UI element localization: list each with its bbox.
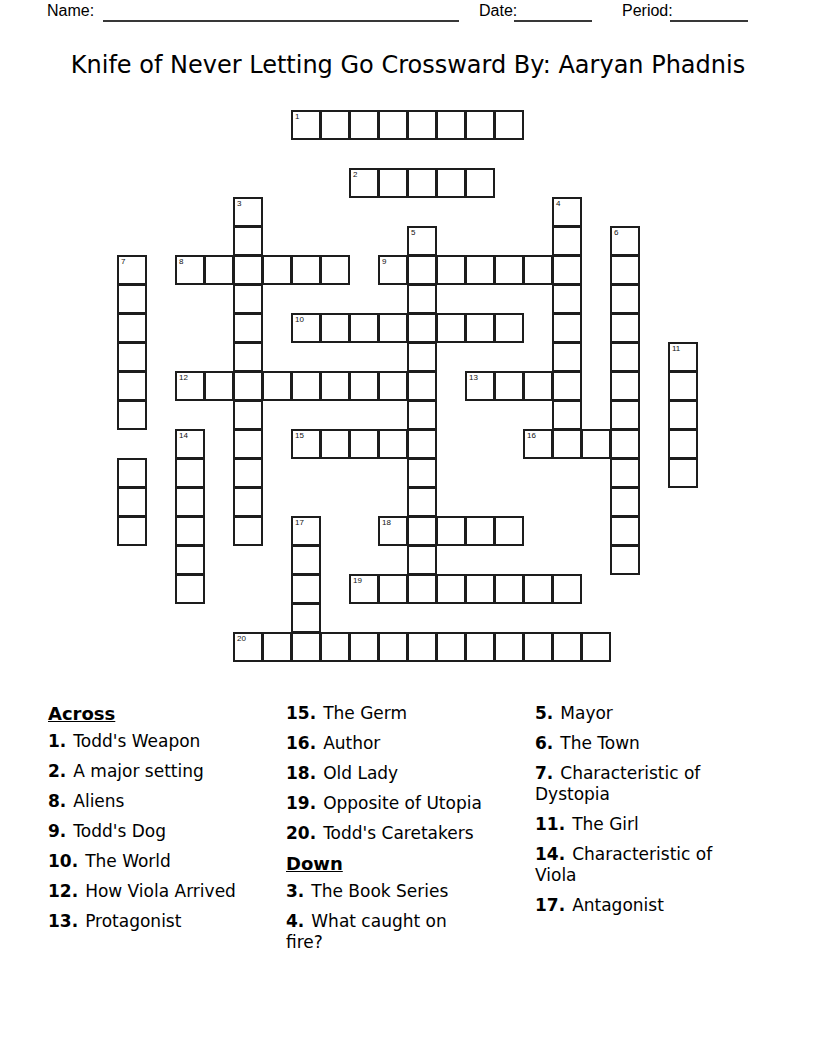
grid-cell-r2c10[interactable] (407, 168, 437, 198)
grid-cell-r11c16[interactable] (581, 429, 611, 459)
grid-cell-r0c8[interactable] (349, 110, 379, 140)
cell-number: 19 (353, 576, 362, 585)
grid-cell-r11c8[interactable] (349, 429, 379, 459)
grid-cell-r14c9[interactable]: 18 (378, 516, 408, 546)
cell-number: 14 (179, 431, 188, 440)
cell-number: 8 (179, 257, 183, 266)
grid-cell-r0c7[interactable] (320, 110, 350, 140)
grid-cell-r18c5[interactable] (262, 632, 292, 662)
date-label: Date: (479, 2, 517, 20)
grid-cell-r9c13[interactable] (494, 371, 524, 401)
grid-cell-r5c2[interactable]: 8 (175, 255, 205, 285)
grid-cell-r13c4[interactable] (233, 487, 263, 517)
grid-cell-r9c2[interactable]: 12 (175, 371, 205, 401)
grid-cell-r14c4[interactable] (233, 516, 263, 546)
cell-number: 20 (237, 634, 246, 643)
grid-cell-r8c15[interactable] (552, 342, 582, 372)
clue-across-12: 12.How Viola Arrived (48, 881, 283, 902)
grid-cell-r9c4[interactable] (233, 371, 263, 401)
across-heading: Across (48, 703, 283, 724)
grid-cell-r18c11[interactable] (436, 632, 466, 662)
grid-cell-r7c4[interactable] (233, 313, 263, 343)
grid-cell-r16c12[interactable] (465, 574, 495, 604)
grid-cell-r12c0[interactable] (117, 458, 147, 488)
grid-cell-r4c4[interactable] (233, 226, 263, 256)
grid-cell-r12c19[interactable] (668, 458, 698, 488)
clue-down-6: 6.The Town (535, 733, 780, 754)
grid-cell-r5c17[interactable] (610, 255, 640, 285)
grid-cell-r6c4[interactable] (233, 284, 263, 314)
grid-cell-r16c11[interactable] (436, 574, 466, 604)
cell-number: 16 (527, 431, 536, 440)
grid-cell-r10c0[interactable] (117, 400, 147, 430)
grid-cell-r4c15[interactable] (552, 226, 582, 256)
grid-cell-r18c15[interactable] (552, 632, 582, 662)
clue-across-20: 20.Todd's Caretakers (286, 823, 521, 844)
grid-cell-r18c6[interactable] (291, 632, 321, 662)
clue-across-18: 18.Old Lady (286, 763, 521, 784)
clue-across-2: 2.A major setting (48, 761, 283, 782)
grid-cell-r17c6[interactable] (291, 603, 321, 633)
clue-down-17: 17.Antagonist (535, 895, 780, 916)
grid-cell-r13c10[interactable] (407, 487, 437, 517)
grid-cell-r14c6[interactable]: 17 (291, 516, 321, 546)
grid-cell-r16c8[interactable]: 19 (349, 574, 379, 604)
clue-column-1: Across 1.Todd's Weapon 2.A major setting… (48, 703, 283, 941)
grid-cell-r14c12[interactable] (465, 516, 495, 546)
grid-cell-r5c13[interactable] (494, 255, 524, 285)
grid-cell-r12c2[interactable] (175, 458, 205, 488)
grid-cell-r11c7[interactable] (320, 429, 350, 459)
grid-cell-r12c4[interactable] (233, 458, 263, 488)
grid-cell-r14c11[interactable] (436, 516, 466, 546)
grid-cell-r9c19[interactable] (668, 371, 698, 401)
clue-down-5: 5.Mayor (535, 703, 780, 724)
grid-cell-r5c5[interactable] (262, 255, 292, 285)
clue-down-11: 11.The Girl (535, 814, 780, 835)
grid-cell-r6c15[interactable] (552, 284, 582, 314)
grid-cell-r4c17[interactable]: 6 (610, 226, 640, 256)
grid-cell-r11c2[interactable]: 14 (175, 429, 205, 459)
grid-cell-r5c10[interactable] (407, 255, 437, 285)
grid-cell-r2c11[interactable] (436, 168, 466, 198)
grid-cell-r2c9[interactable] (378, 168, 408, 198)
grid-cell-r14c13[interactable] (494, 516, 524, 546)
grid-cell-r0c10[interactable] (407, 110, 437, 140)
grid-cell-r11c15[interactable] (552, 429, 582, 459)
grid-cell-r16c6[interactable] (291, 574, 321, 604)
worksheet-page: Name: Date: Period: Knife of Never Letti… (0, 0, 816, 1056)
grid-cell-r16c15[interactable] (552, 574, 582, 604)
grid-cell-r7c12[interactable] (465, 313, 495, 343)
grid-cell-r11c17[interactable] (610, 429, 640, 459)
cell-number: 2 (353, 170, 357, 179)
cell-number: 4 (556, 199, 560, 208)
grid-cell-r18c9[interactable] (378, 632, 408, 662)
grid-cell-r16c9[interactable] (378, 574, 408, 604)
grid-cell-r18c13[interactable] (494, 632, 524, 662)
grid-cell-r9c5[interactable] (262, 371, 292, 401)
grid-cell-r11c19[interactable] (668, 429, 698, 459)
grid-cell-r16c13[interactable] (494, 574, 524, 604)
grid-cell-r5c12[interactable] (465, 255, 495, 285)
grid-cell-r6c0[interactable] (117, 284, 147, 314)
grid-cell-r5c7[interactable] (320, 255, 350, 285)
clue-across-15: 15.The Germ (286, 703, 521, 724)
clue-column-3: 5.Mayor 6.The Town 7.Characteristic of D… (535, 703, 780, 925)
grid-cell-r7c7[interactable] (320, 313, 350, 343)
cell-number: 6 (614, 228, 618, 237)
grid-cell-r5c0[interactable]: 7 (117, 255, 147, 285)
grid-cell-r7c13[interactable] (494, 313, 524, 343)
date-blank-line[interactable] (514, 20, 592, 22)
crossword-grid: 1234567891011121314151617181920 (117, 110, 699, 663)
grid-cell-r9c6[interactable] (291, 371, 321, 401)
grid-cell-r14c0[interactable] (117, 516, 147, 546)
grid-cell-r18c10[interactable] (407, 632, 437, 662)
grid-cell-r0c6[interactable]: 1 (291, 110, 321, 140)
grid-cell-r14c2[interactable] (175, 516, 205, 546)
down-heading: Down (286, 853, 521, 874)
grid-cell-r5c6[interactable] (291, 255, 321, 285)
cell-number: 11 (672, 344, 680, 353)
grid-cell-r5c11[interactable] (436, 255, 466, 285)
grid-cell-r7c6[interactable]: 10 (291, 313, 321, 343)
grid-cell-r9c3[interactable] (204, 371, 234, 401)
grid-cell-r10c10[interactable] (407, 400, 437, 430)
grid-cell-r9c14[interactable] (523, 371, 553, 401)
cell-number: 9 (382, 257, 386, 266)
clue-across-10: 10.The World (48, 851, 283, 872)
clue-column-2: 15.The Germ 16.Author 18.Old Lady 19.Opp… (286, 703, 521, 962)
puzzle-title: Knife of Never Letting Go Crossward By: … (0, 51, 816, 79)
grid-cell-r8c10[interactable] (407, 342, 437, 372)
clue-down-14: 14.Characteristic of Viola (535, 844, 780, 886)
grid-cell-r13c0[interactable] (117, 487, 147, 517)
clue-across-19: 19.Opposite of Utopia (286, 793, 521, 814)
grid-cell-r10c4[interactable] (233, 400, 263, 430)
grid-cell-r18c7[interactable] (320, 632, 350, 662)
clue-down-3: 3.The Book Series (286, 881, 521, 902)
grid-cell-r11c4[interactable] (233, 429, 263, 459)
grid-cell-r10c15[interactable] (552, 400, 582, 430)
grid-cell-r18c12[interactable] (465, 632, 495, 662)
cell-number: 1 (295, 112, 299, 121)
grid-cell-r11c9[interactable] (378, 429, 408, 459)
grid-cell-r15c10[interactable] (407, 545, 437, 575)
grid-cell-r8c0[interactable] (117, 342, 147, 372)
name-label: Name: (47, 2, 94, 20)
clue-across-13: 13.Protagonist (48, 911, 283, 932)
cell-number: 15 (295, 431, 304, 440)
grid-cell-r7c9[interactable] (378, 313, 408, 343)
grid-cell-r14c10[interactable] (407, 516, 437, 546)
grid-cell-r5c14[interactable] (523, 255, 553, 285)
grid-cell-r16c2[interactable] (175, 574, 205, 604)
grid-cell-r9c17[interactable] (610, 371, 640, 401)
grid-cell-r9c0[interactable] (117, 371, 147, 401)
cell-number: 12 (179, 373, 188, 382)
grid-cell-r8c19[interactable]: 11 (668, 342, 698, 372)
grid-cell-r5c4[interactable] (233, 255, 263, 285)
cell-number: 10 (295, 315, 304, 324)
period-blank-line[interactable] (670, 20, 748, 22)
grid-cell-r10c17[interactable] (610, 400, 640, 430)
grid-cell-r6c17[interactable] (610, 284, 640, 314)
clue-across-8: 8.Aliens (48, 791, 283, 812)
grid-cell-r9c8[interactable] (349, 371, 379, 401)
grid-cell-r5c3[interactable] (204, 255, 234, 285)
grid-cell-r0c12[interactable] (465, 110, 495, 140)
grid-cell-r13c2[interactable] (175, 487, 205, 517)
grid-cell-r16c14[interactable] (523, 574, 553, 604)
grid-cell-r7c10[interactable] (407, 313, 437, 343)
grid-cell-r11c10[interactable] (407, 429, 437, 459)
grid-cell-r13c17[interactable] (610, 487, 640, 517)
grid-cell-r7c17[interactable] (610, 313, 640, 343)
clue-down-4: 4.What caught on fire? (286, 911, 521, 953)
grid-cell-r12c17[interactable] (610, 458, 640, 488)
grid-cell-r5c9[interactable]: 9 (378, 255, 408, 285)
grid-cell-r7c8[interactable] (349, 313, 379, 343)
cell-number: 5 (411, 228, 415, 237)
grid-cell-r10c19[interactable] (668, 400, 698, 430)
clue-down-7: 7.Characteristic of Dystopia (535, 763, 780, 805)
grid-cell-r11c14[interactable]: 16 (523, 429, 553, 459)
grid-cell-r18c4[interactable]: 20 (233, 632, 263, 662)
grid-cell-r9c9[interactable] (378, 371, 408, 401)
cell-number: 18 (382, 518, 391, 527)
grid-cell-r0c9[interactable] (378, 110, 408, 140)
grid-cell-r18c14[interactable] (523, 632, 553, 662)
cell-number: 7 (121, 257, 125, 266)
grid-cell-r16c10[interactable] (407, 574, 437, 604)
cell-number: 3 (237, 199, 241, 208)
grid-cell-r2c12[interactable] (465, 168, 495, 198)
grid-cell-r12c10[interactable] (407, 458, 437, 488)
cell-number: 17 (295, 518, 304, 527)
grid-cell-r9c12[interactable]: 13 (465, 371, 495, 401)
grid-cell-r11c6[interactable]: 15 (291, 429, 321, 459)
cell-number: 13 (469, 373, 478, 382)
grid-cell-r15c17[interactable] (610, 545, 640, 575)
period-label: Period: (622, 2, 673, 20)
grid-cell-r6c10[interactable] (407, 284, 437, 314)
grid-cell-r9c7[interactable] (320, 371, 350, 401)
grid-cell-r9c15[interactable] (552, 371, 582, 401)
name-blank-line[interactable] (103, 20, 459, 22)
grid-cell-r18c16[interactable] (581, 632, 611, 662)
grid-cell-r8c17[interactable] (610, 342, 640, 372)
clue-across-9: 9.Todd's Dog (48, 821, 283, 842)
grid-cell-r15c6[interactable] (291, 545, 321, 575)
grid-cell-r5c15[interactable] (552, 255, 582, 285)
grid-cell-r7c15[interactable] (552, 313, 582, 343)
grid-cell-r8c4[interactable] (233, 342, 263, 372)
grid-cell-r0c11[interactable] (436, 110, 466, 140)
grid-cell-r18c8[interactable] (349, 632, 379, 662)
grid-cell-r3c4[interactable]: 3 (233, 197, 263, 227)
grid-cell-r9c10[interactable] (407, 371, 437, 401)
grid-cell-r7c0[interactable] (117, 313, 147, 343)
grid-cell-r15c2[interactable] (175, 545, 205, 575)
grid-cell-r0c13[interactable] (494, 110, 524, 140)
clue-across-16: 16.Author (286, 733, 521, 754)
clue-across-1: 1.Todd's Weapon (48, 731, 283, 752)
grid-cell-r4c10[interactable]: 5 (407, 226, 437, 256)
grid-cell-r7c11[interactable] (436, 313, 466, 343)
grid-cell-r14c17[interactable] (610, 516, 640, 546)
grid-cell-r2c8[interactable]: 2 (349, 168, 379, 198)
grid-cell-r3c15[interactable]: 4 (552, 197, 582, 227)
